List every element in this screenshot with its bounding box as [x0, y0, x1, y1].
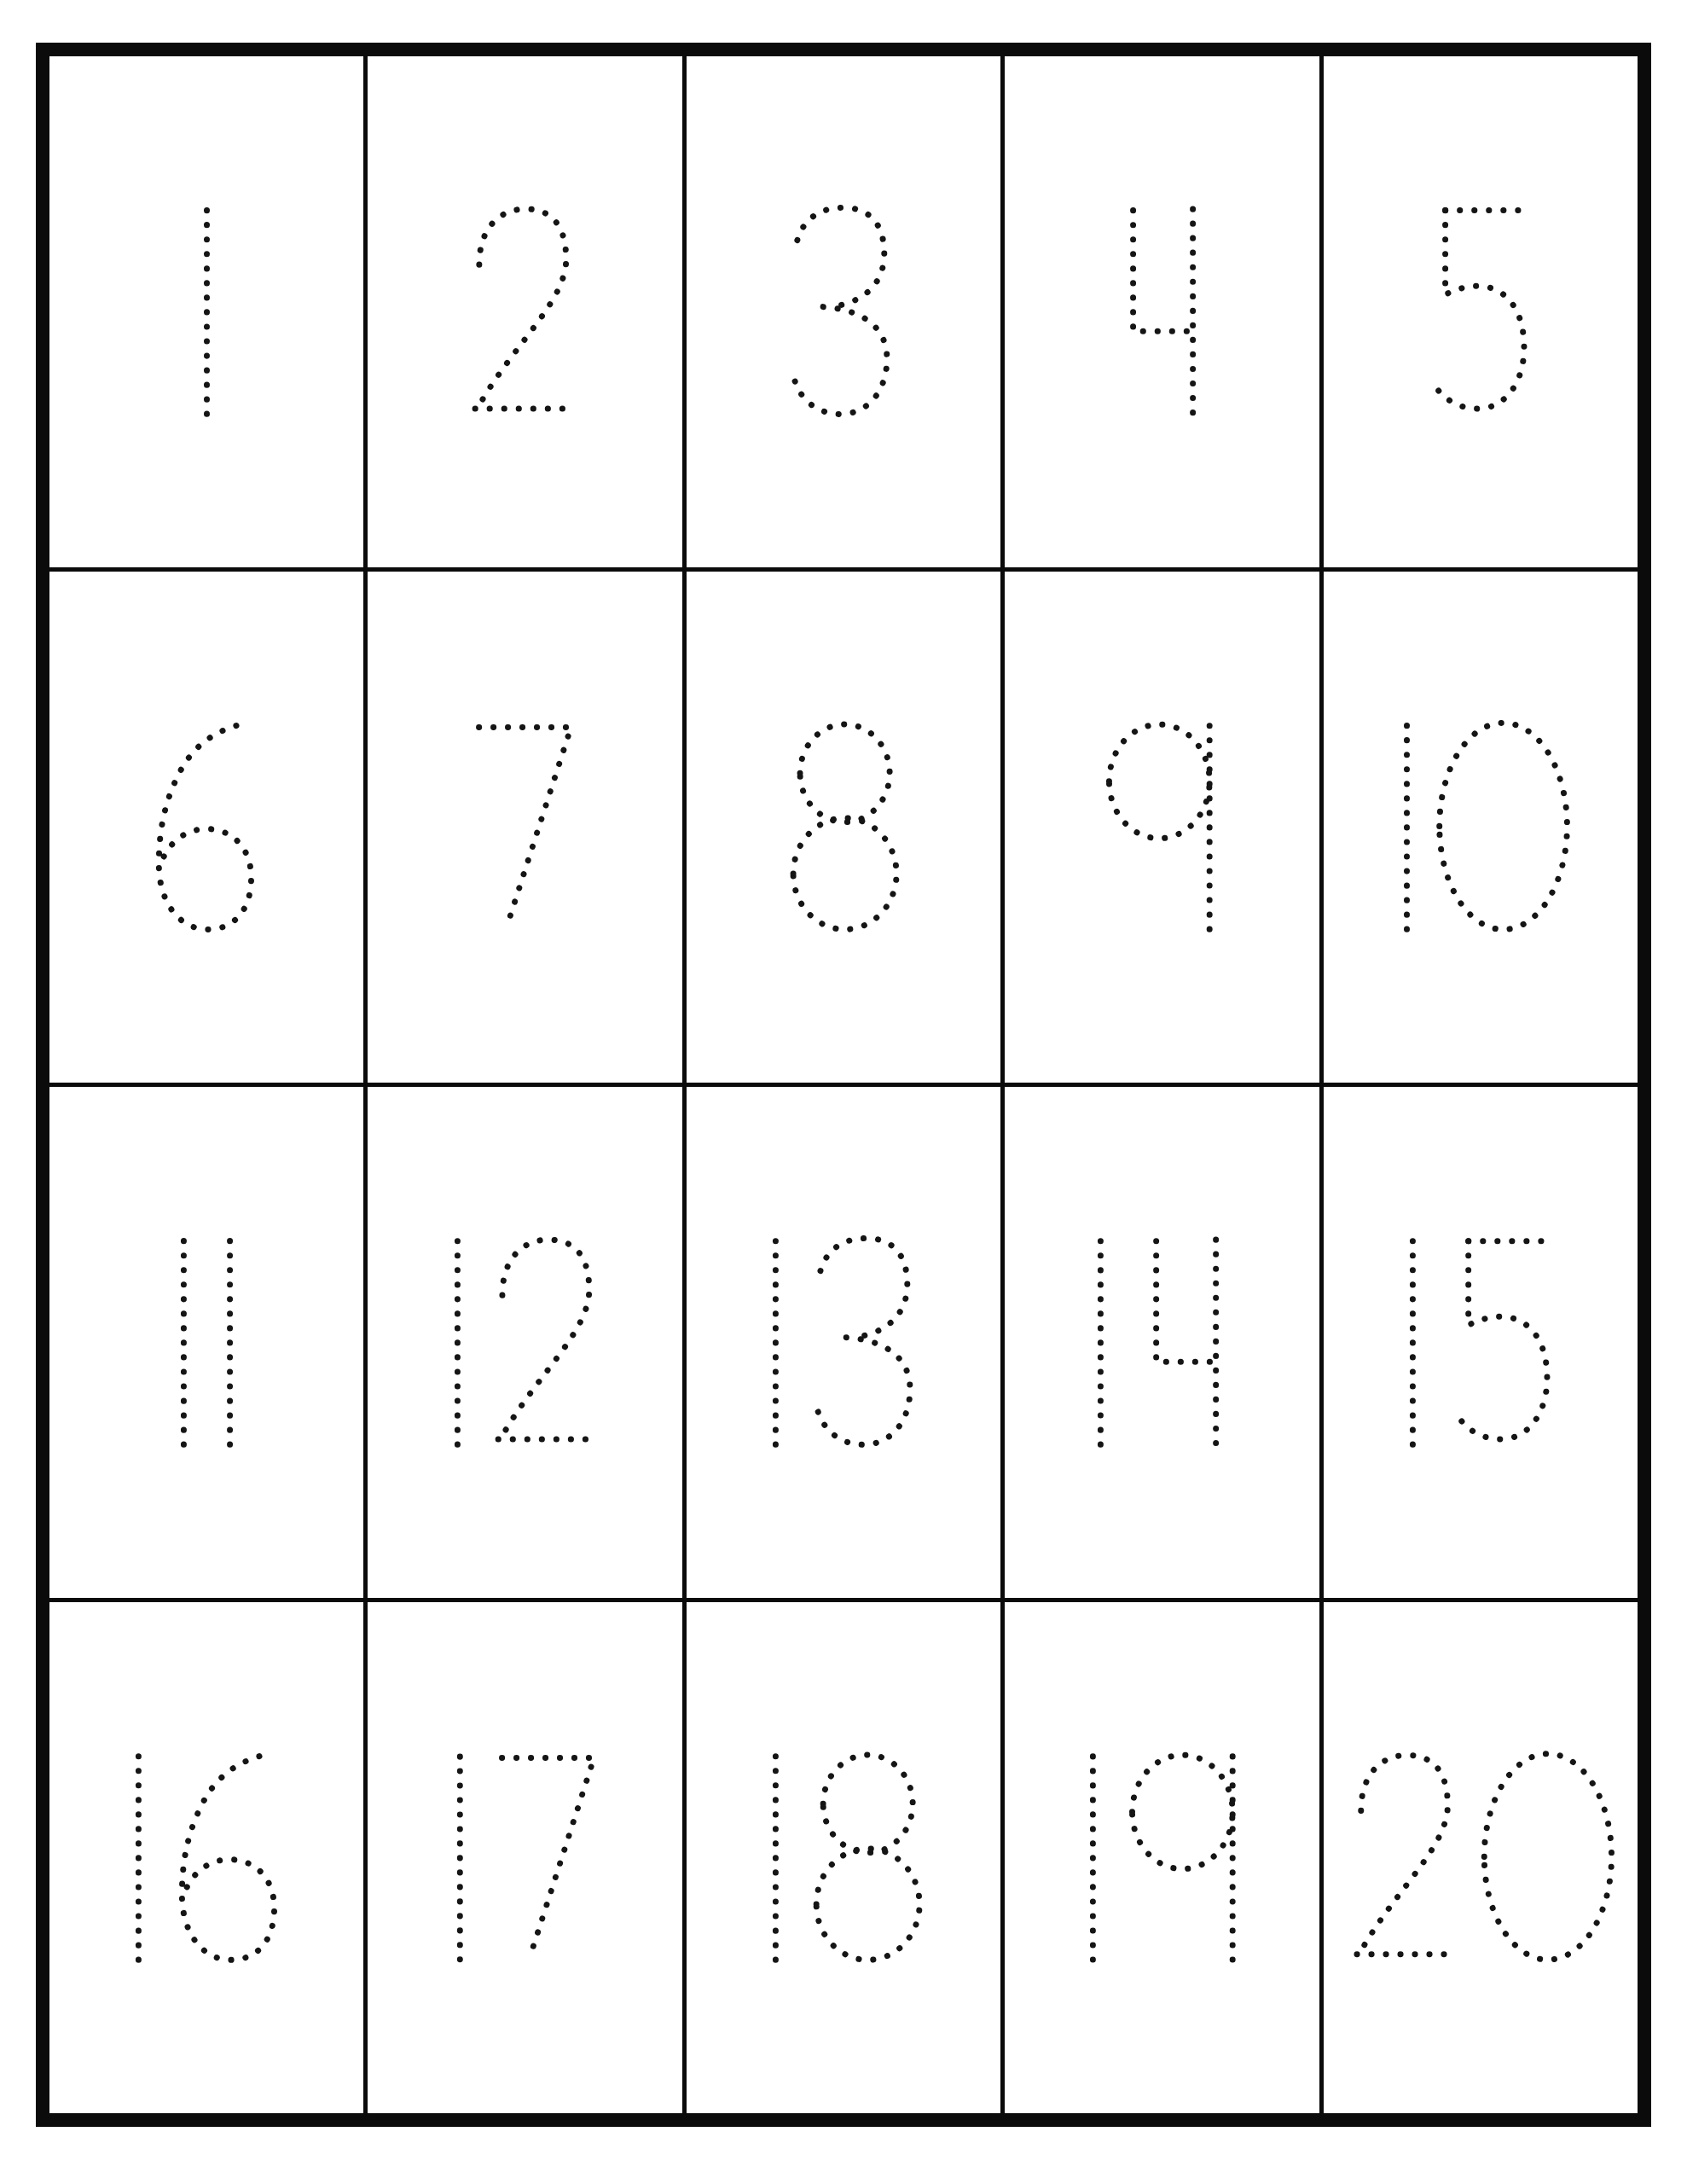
cell-5 — [1324, 56, 1638, 567]
cell-3 — [687, 56, 1000, 567]
cell-12 — [368, 1087, 681, 1598]
traced-number-8-glyph — [770, 717, 917, 938]
traced-number-18-glyph — [747, 1748, 940, 1968]
cell-7 — [368, 572, 681, 1083]
traced-number-2-glyph — [452, 202, 599, 422]
traced-number-1-glyph — [178, 202, 235, 422]
traced-number-20-glyph — [1334, 1748, 1626, 1968]
cell-13 — [687, 1087, 1000, 1598]
cell-6 — [49, 572, 363, 1083]
cell-2 — [368, 56, 681, 567]
cell-9 — [1005, 572, 1319, 1083]
traced-number-12-glyph — [429, 1233, 622, 1453]
cell-1 — [49, 56, 363, 567]
cell-16 — [49, 1602, 363, 2113]
cell-19 — [1005, 1602, 1319, 2113]
cell-11 — [49, 1087, 363, 1598]
traced-number-6-glyph — [133, 717, 280, 938]
traced-number-14-glyph — [1072, 1233, 1251, 1453]
traced-number-15-glyph — [1384, 1233, 1577, 1453]
cell-18 — [687, 1602, 1000, 2113]
cell-4 — [1005, 56, 1319, 567]
traced-number-5-glyph — [1407, 202, 1554, 422]
cell-20 — [1324, 1602, 1638, 2113]
traced-number-9-glyph — [1087, 717, 1237, 938]
worksheet-board — [36, 43, 1651, 2127]
traced-number-11-glyph — [155, 1233, 258, 1453]
cell-15 — [1324, 1087, 1638, 1598]
traced-number-16-glyph — [110, 1748, 303, 1968]
traced-number-19-glyph — [1064, 1748, 1260, 1968]
traced-number-4-glyph — [1095, 202, 1228, 422]
traced-number-17-glyph — [432, 1748, 618, 1968]
traced-number-3-glyph — [770, 202, 917, 422]
cell-14 — [1005, 1087, 1319, 1598]
cell-10 — [1324, 572, 1638, 1083]
cell-8 — [687, 572, 1000, 1083]
traced-number-7-glyph — [455, 717, 595, 938]
cell-17 — [368, 1602, 681, 2113]
traced-number-10-glyph — [1378, 717, 1582, 938]
traced-number-13-glyph — [747, 1233, 940, 1453]
